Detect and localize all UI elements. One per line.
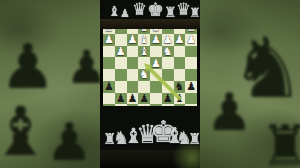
- white-knight-e5[interactable]: ♞: [139, 69, 149, 80]
- white-pawn-g3[interactable]: ♟: [116, 46, 126, 57]
- video-frame: ♟♟♝♟ ♞♟♜ ♝♟♛♚♜♛♜ ♜♚♛♜♟♟♝♟♟♟♟♟♝♞♟♞♟♞♟♟♟♟♟…: [0, 0, 300, 168]
- square-d4[interactable]: ♟: [150, 57, 162, 69]
- black-pawn-g7[interactable]: ♟: [116, 93, 126, 104]
- square-e7[interactable]: ♟: [138, 93, 150, 105]
- square-e5[interactable]: ♞: [138, 69, 150, 81]
- square-f6[interactable]: [127, 81, 139, 93]
- glass-bishop: ♝: [108, 4, 121, 18]
- pawn-silhouette: ♟: [66, 44, 100, 90]
- white-pawn-h2[interactable]: ♟: [104, 34, 114, 45]
- square-h5[interactable]: [103, 69, 115, 81]
- white-bishop-e3[interactable]: ♝: [139, 46, 149, 57]
- square-a5[interactable]: [185, 69, 197, 81]
- glass-king: ♚: [147, 0, 164, 19]
- square-h3[interactable]: [103, 46, 115, 58]
- white-pawn-d2[interactable]: ♟: [151, 34, 161, 45]
- square-e6[interactable]: [138, 81, 150, 93]
- square-g5[interactable]: [115, 69, 127, 81]
- square-c7[interactable]: ♟: [162, 93, 174, 105]
- glass-queen: ♛: [132, 1, 147, 18]
- right-blur-panel: ♞♟♜: [200, 0, 300, 168]
- square-b4[interactable]: [174, 57, 186, 69]
- chess-photo-top: ♝♟♛♚♜♛♜: [100, 0, 200, 29]
- pawn-silhouette: ♟: [206, 86, 253, 138]
- black-knight-b6[interactable]: ♞: [174, 81, 184, 92]
- rook-silhouette: ♜: [260, 118, 300, 168]
- square-g4[interactable]: [115, 57, 127, 69]
- square-d5[interactable]: [150, 69, 162, 81]
- square-f3[interactable]: [127, 46, 139, 58]
- square-g6[interactable]: [115, 81, 127, 93]
- square-f2[interactable]: ♟: [127, 34, 139, 46]
- square-c5[interactable]: [162, 69, 174, 81]
- square-a4[interactable]: [185, 57, 197, 69]
- square-e2[interactable]: ♝: [138, 34, 150, 46]
- left-blur-panel: ♟♟♝♟: [0, 0, 100, 168]
- black-pawn-e7[interactable]: ♟: [139, 93, 149, 104]
- square-h6[interactable]: ♟: [103, 81, 115, 93]
- white-pawn-c2[interactable]: ♟: [163, 34, 173, 45]
- black-pawn-c7[interactable]: ♟: [163, 93, 173, 104]
- square-d3[interactable]: [150, 46, 162, 58]
- white-bishop-e2[interactable]: ♝: [139, 34, 149, 45]
- white-knight-c3[interactable]: ♞: [163, 46, 173, 57]
- chess-photo-bottom: ♜♞♝♛♚♝♞♜: [100, 106, 200, 168]
- video-strip: ♝♟♛♚♜♛♜ ♜♚♛♜♟♟♝♟♟♟♟♟♝♞♟♞♟♞♟♟♟♟♟♝♜♞♝♚♛♜ ♜…: [100, 0, 200, 168]
- glass-rook: ♜: [164, 5, 177, 19]
- square-b6[interactable]: ♞: [174, 81, 186, 93]
- square-d7[interactable]: [150, 93, 162, 105]
- board-grid: ♜♚♛♜♟♟♝♟♟♟♟♟♝♞♟♞♟♞♟♟♟♟♟♝♜♞♝♚♛♜: [103, 29, 197, 106]
- table-surface: [100, 19, 200, 29]
- square-c2[interactable]: ♟: [162, 34, 174, 46]
- square-e3[interactable]: ♝: [138, 46, 150, 58]
- glass-rook: ♜: [188, 132, 200, 147]
- pawn-silhouette: ♟: [0, 36, 56, 98]
- square-c4[interactable]: [162, 57, 174, 69]
- square-g7[interactable]: ♟: [115, 93, 127, 105]
- square-h2[interactable]: ♟: [103, 34, 115, 46]
- black-bishop-b7[interactable]: ♝: [174, 93, 184, 104]
- square-b7[interactable]: ♝: [174, 93, 186, 105]
- glass-rook: ♜: [189, 6, 200, 19]
- square-f5[interactable]: [127, 69, 139, 81]
- square-h7[interactable]: [103, 93, 115, 105]
- square-g2[interactable]: [115, 34, 127, 46]
- square-c6[interactable]: [162, 81, 174, 93]
- chess-board: ♜♚♛♜♟♟♝♟♟♟♟♟♝♞♟♞♟♞♟♟♟♟♟♝♜♞♝♚♛♜: [103, 29, 197, 106]
- black-pawn-a6[interactable]: ♟: [186, 81, 196, 92]
- square-a6[interactable]: ♟: [185, 81, 197, 93]
- white-pawn-a2[interactable]: ♟: [186, 34, 196, 45]
- pawn-silhouette: ♟: [46, 116, 93, 168]
- black-pawn-f7[interactable]: ♟: [127, 93, 137, 104]
- square-a2[interactable]: ♟: [185, 34, 197, 46]
- white-pawn-d4[interactable]: ♟: [151, 58, 161, 69]
- square-g3[interactable]: ♟: [115, 46, 127, 58]
- square-b2[interactable]: ♟: [174, 34, 186, 46]
- white-pawn-f2[interactable]: ♟: [127, 34, 137, 45]
- square-a7[interactable]: [185, 93, 197, 105]
- glass-pawn: ♟: [120, 8, 130, 19]
- square-b5[interactable]: [174, 69, 186, 81]
- white-pawn-b2[interactable]: ♟: [174, 34, 184, 45]
- square-a3[interactable]: [185, 46, 197, 58]
- square-f4[interactable]: [127, 57, 139, 69]
- square-f7[interactable]: ♟: [127, 93, 139, 105]
- square-d2[interactable]: ♟: [150, 34, 162, 46]
- black-pawn-h6[interactable]: ♟: [104, 81, 114, 92]
- square-b3[interactable]: [174, 46, 186, 58]
- square-c3[interactable]: ♞: [162, 46, 174, 58]
- square-d6[interactable]: [150, 81, 162, 93]
- square-h4[interactable]: [103, 57, 115, 69]
- bishop-silhouette: ♝: [0, 98, 51, 166]
